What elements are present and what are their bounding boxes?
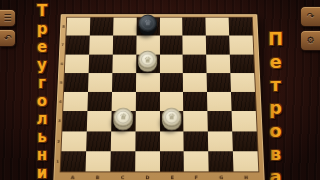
rank-label: 6 xyxy=(60,61,64,65)
redo-button[interactable]: ↷ xyxy=(300,6,320,27)
board-square[interactable] xyxy=(208,111,233,131)
menu-button[interactable]: ☰ xyxy=(0,9,16,27)
board-square[interactable] xyxy=(90,18,114,36)
board-square[interactable] xyxy=(86,131,111,151)
board-square[interactable] xyxy=(231,92,256,111)
rank-label: 1 xyxy=(55,159,60,163)
board-frame: ♛♛♛♛ 87654321 ABCDEFGH xyxy=(52,13,266,180)
rank-label: 8 xyxy=(61,25,65,29)
board-square[interactable] xyxy=(229,36,253,54)
board-square[interactable] xyxy=(230,73,254,92)
board-square[interactable] xyxy=(159,151,184,171)
board-square[interactable] xyxy=(159,131,183,151)
board-square[interactable] xyxy=(135,111,159,131)
board-square[interactable] xyxy=(183,73,207,92)
piece-ring xyxy=(116,111,130,124)
board-square[interactable] xyxy=(87,111,112,131)
piece-anchor-d6: ♛ xyxy=(136,54,160,73)
board-square[interactable] xyxy=(159,36,182,54)
board-square[interactable] xyxy=(113,18,136,36)
board-square[interactable] xyxy=(183,54,207,73)
board-square[interactable] xyxy=(183,18,206,36)
king-white-c3[interactable]: ♛ xyxy=(113,108,133,126)
piece-ring xyxy=(141,53,154,65)
board-square[interactable] xyxy=(62,111,87,131)
piece-anchor-c3: ♛ xyxy=(111,111,135,131)
king-black-d8[interactable]: ♛ xyxy=(139,14,158,31)
board-square[interactable] xyxy=(112,73,136,92)
board-square[interactable] xyxy=(208,151,233,171)
board-square[interactable] xyxy=(208,131,233,151)
puzzle-title-right: Петрова xyxy=(266,28,284,180)
file-label: B xyxy=(88,174,108,180)
rank-label: 3 xyxy=(57,119,62,123)
piece-ring xyxy=(165,111,179,124)
piece-anchor-d8: ♛ xyxy=(136,18,159,36)
board-square[interactable] xyxy=(183,92,207,111)
board-square[interactable] xyxy=(207,92,231,111)
game-screen: Треугольник Петрова ☰ ↶ ↷ ⚙ ♛♛♛♛ 8765432… xyxy=(0,0,320,180)
menu-icon: ☰ xyxy=(3,14,11,23)
puzzle-title-left: Треугольник xyxy=(34,2,49,180)
king-white-d6[interactable]: ♛ xyxy=(138,51,157,69)
board-square[interactable] xyxy=(85,151,110,171)
board-square[interactable] xyxy=(230,54,254,73)
file-label: D xyxy=(137,174,157,180)
file-label: F xyxy=(187,174,207,180)
file-labels: ABCDEFGH xyxy=(60,173,258,180)
board-square[interactable] xyxy=(206,54,230,73)
undo-icon: ↶ xyxy=(4,34,12,43)
rank-label: 2 xyxy=(56,139,61,143)
board-square[interactable] xyxy=(232,111,257,131)
board-square[interactable] xyxy=(206,18,230,36)
file-label: E xyxy=(162,174,182,180)
board-square[interactable] xyxy=(63,92,88,111)
king-white-e3[interactable]: ♛ xyxy=(162,108,182,126)
board-grid: ♛♛♛♛ xyxy=(61,18,259,172)
board-square[interactable] xyxy=(87,92,111,111)
board-square[interactable] xyxy=(207,73,231,92)
board-square[interactable] xyxy=(135,92,159,111)
board-square[interactable] xyxy=(183,36,207,54)
board-square[interactable] xyxy=(232,131,257,151)
board-square[interactable] xyxy=(233,151,258,171)
board-square[interactable] xyxy=(89,36,113,54)
board-square[interactable] xyxy=(206,36,230,54)
board-square[interactable] xyxy=(88,54,112,73)
board-square[interactable] xyxy=(65,54,89,73)
board-square[interactable] xyxy=(64,73,88,92)
board-square[interactable] xyxy=(136,73,160,92)
checkers-board: ♛♛♛♛ 87654321 ABCDEFGH xyxy=(52,13,266,180)
board-square[interactable] xyxy=(184,131,209,151)
file-label: C xyxy=(112,174,132,180)
board-square[interactable] xyxy=(88,73,112,92)
crown-icon: ♛ xyxy=(162,108,182,126)
board-square[interactable] xyxy=(159,54,183,73)
board-square[interactable] xyxy=(135,151,160,171)
board-square[interactable] xyxy=(159,18,182,36)
board-square[interactable] xyxy=(66,18,90,36)
redo-icon: ↷ xyxy=(307,12,315,21)
board-square[interactable] xyxy=(113,36,137,54)
board-square[interactable] xyxy=(229,18,253,36)
file-label: G xyxy=(211,174,231,180)
board-square[interactable] xyxy=(159,73,183,92)
settings-button[interactable]: ⚙ xyxy=(300,30,320,51)
rank-label: 5 xyxy=(59,80,64,84)
piece-ring xyxy=(141,17,154,29)
crown-icon: ♛ xyxy=(139,14,158,31)
crown-icon: ♛ xyxy=(138,51,157,69)
board-square[interactable] xyxy=(112,54,136,73)
board-square[interactable] xyxy=(61,151,86,171)
board-square[interactable] xyxy=(110,151,135,171)
board-square[interactable] xyxy=(184,111,208,131)
file-label: A xyxy=(63,174,83,180)
board-square[interactable] xyxy=(62,131,87,151)
undo-button[interactable]: ↶ xyxy=(0,29,16,47)
rank-label: 4 xyxy=(58,99,63,103)
board-square[interactable] xyxy=(135,131,159,151)
crown-icon: ♛ xyxy=(113,108,133,126)
file-label: H xyxy=(236,174,256,180)
rank-label: 7 xyxy=(60,43,64,47)
board-square[interactable] xyxy=(184,151,209,171)
board-square[interactable] xyxy=(111,131,136,151)
piece-anchor-e3: ♛ xyxy=(159,111,183,131)
settings-icon: ⚙ xyxy=(306,36,314,45)
board-square[interactable] xyxy=(66,36,90,54)
